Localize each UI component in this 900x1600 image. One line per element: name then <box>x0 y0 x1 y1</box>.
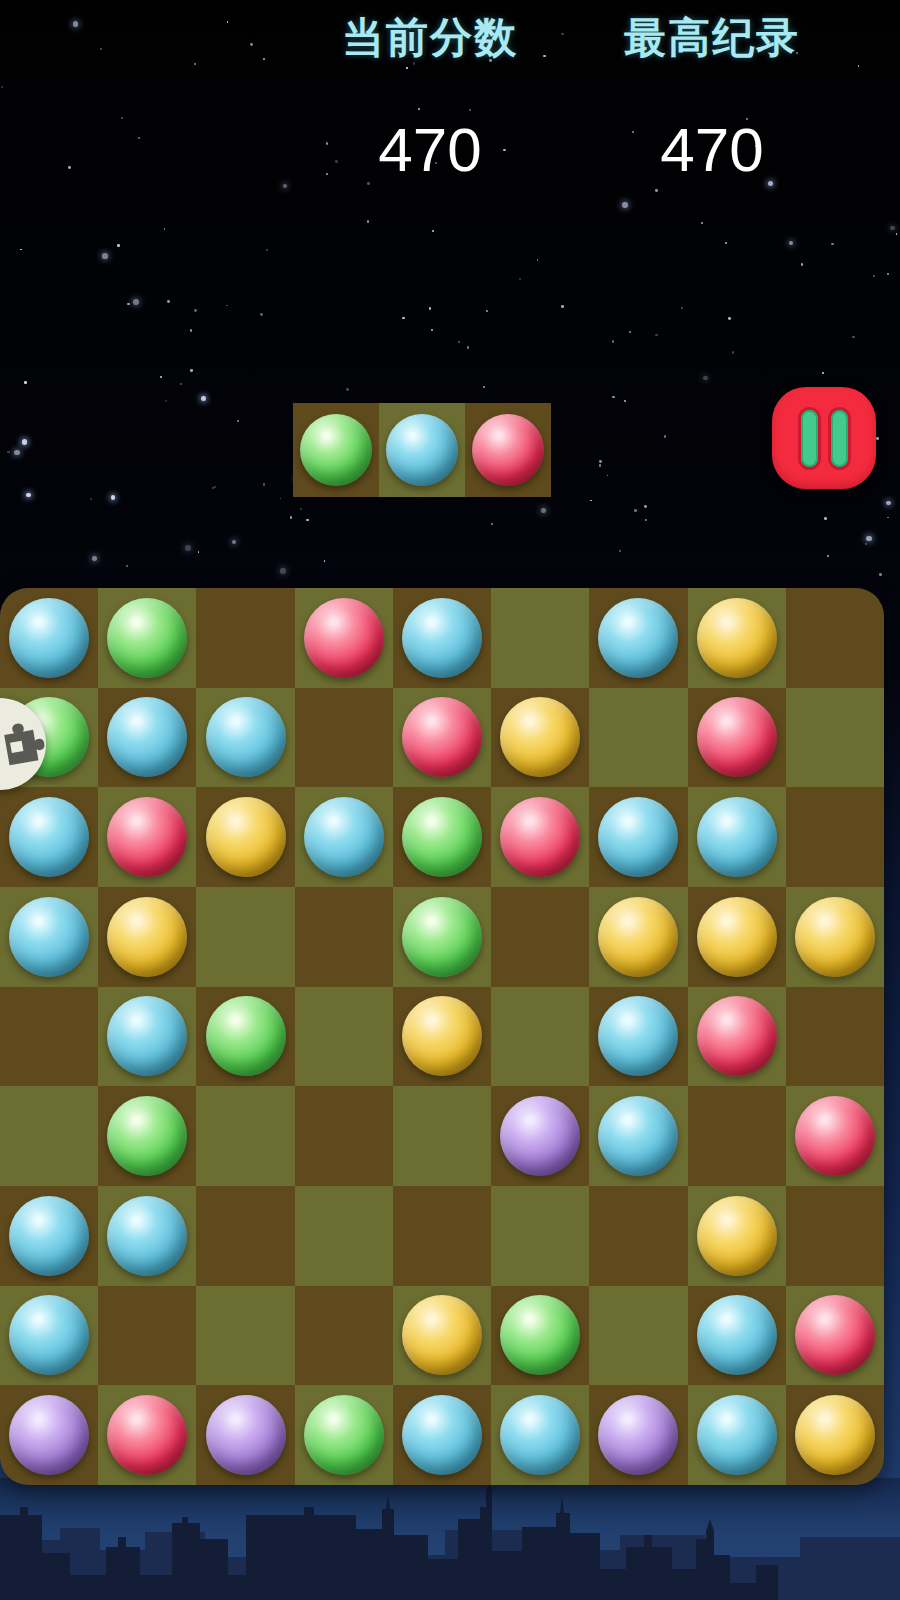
board-cell[interactable] <box>196 987 294 1087</box>
board-cell[interactable] <box>98 1086 196 1186</box>
star <box>612 396 614 398</box>
star <box>160 376 162 378</box>
ball-green[interactable] <box>402 897 482 977</box>
board-cell[interactable] <box>491 1286 589 1386</box>
star <box>629 331 631 333</box>
ball-cyan[interactable] <box>107 1196 187 1276</box>
star <box>126 565 128 567</box>
ball-cyan[interactable] <box>9 897 89 977</box>
ball-purple[interactable] <box>9 1395 89 1475</box>
ball-yellow[interactable] <box>795 897 875 977</box>
star <box>590 500 592 502</box>
board-cell[interactable] <box>786 588 884 688</box>
ball-cyan[interactable] <box>107 697 187 777</box>
board <box>0 588 884 1485</box>
board-cell[interactable] <box>196 787 294 887</box>
board-cell[interactable] <box>196 887 294 987</box>
board-cell[interactable] <box>295 887 393 987</box>
board-cell[interactable] <box>196 588 294 688</box>
board-cell[interactable] <box>98 787 196 887</box>
ball-yellow[interactable] <box>500 697 580 777</box>
star <box>90 498 92 500</box>
star <box>263 58 265 60</box>
board-cell[interactable] <box>491 1186 589 1286</box>
star <box>367 220 369 222</box>
star <box>873 275 875 277</box>
star <box>300 508 302 510</box>
board-cell[interactable] <box>786 987 884 1087</box>
board-cell[interactable] <box>393 688 491 788</box>
star <box>599 460 602 463</box>
star <box>664 435 667 438</box>
board-cell[interactable] <box>393 1186 491 1286</box>
star <box>185 545 191 551</box>
current-score-label: 当前分数 <box>280 10 580 66</box>
star <box>486 310 488 312</box>
best-score-value: 470 <box>562 114 862 185</box>
board-cell[interactable] <box>589 1286 687 1386</box>
board-cell[interactable] <box>295 1086 393 1186</box>
board-cell[interactable] <box>393 1385 491 1485</box>
ball-green[interactable] <box>500 1295 580 1375</box>
star <box>467 346 470 349</box>
board-cell[interactable] <box>589 1385 687 1485</box>
star <box>194 309 197 312</box>
star <box>198 551 200 553</box>
board-cell[interactable] <box>0 987 98 1087</box>
star <box>68 166 71 169</box>
star <box>732 351 735 354</box>
board-cell[interactable] <box>491 1086 589 1186</box>
star <box>402 317 404 319</box>
ball-yellow[interactable] <box>402 1295 482 1375</box>
ball-green[interactable] <box>107 1096 187 1176</box>
board-cell[interactable] <box>688 688 786 788</box>
board-cell[interactable] <box>98 688 196 788</box>
star <box>432 230 434 232</box>
board-cell[interactable] <box>98 1286 196 1386</box>
ball-green[interactable] <box>300 414 372 486</box>
board-cell[interactable] <box>393 787 491 887</box>
star <box>133 299 139 305</box>
ball-cyan[interactable] <box>107 996 187 1076</box>
star <box>227 21 229 23</box>
ball-red[interactable] <box>304 598 384 678</box>
star <box>194 63 196 65</box>
star <box>7 451 10 454</box>
star <box>92 556 97 561</box>
board-cell[interactable] <box>295 1385 393 1485</box>
star <box>306 519 309 522</box>
board-cell[interactable] <box>295 987 393 1087</box>
star <box>703 376 708 381</box>
board-cell[interactable] <box>0 588 98 688</box>
ball-green[interactable] <box>304 1395 384 1475</box>
ball-yellow[interactable] <box>697 1196 777 1276</box>
star <box>852 336 855 339</box>
pause-icon <box>801 410 818 467</box>
board-cell[interactable] <box>0 787 98 887</box>
board-cell[interactable] <box>393 987 491 1087</box>
star <box>865 543 867 545</box>
board-cell[interactable] <box>98 588 196 688</box>
star <box>886 501 891 506</box>
ball-cyan[interactable] <box>697 1395 777 1475</box>
star <box>26 493 30 497</box>
star <box>164 228 166 230</box>
star <box>681 307 683 309</box>
ball-red[interactable] <box>107 1395 187 1475</box>
star <box>324 560 326 562</box>
board-cell[interactable] <box>0 1186 98 1286</box>
board-cell[interactable] <box>393 1286 491 1386</box>
star <box>431 329 433 331</box>
board-cell[interactable] <box>688 1186 786 1286</box>
board-cell[interactable] <box>491 987 589 1087</box>
ball-purple[interactable] <box>598 1395 678 1475</box>
best-score-label: 最高纪录 <box>562 10 862 66</box>
ball-cyan[interactable] <box>304 797 384 877</box>
ball-yellow[interactable] <box>107 897 187 977</box>
star <box>100 48 102 50</box>
best-score-panel: 最高纪录 470 <box>562 10 862 185</box>
ball-cyan[interactable] <box>206 697 286 777</box>
star <box>896 233 898 235</box>
ball-cyan[interactable] <box>598 996 678 1076</box>
ball-red[interactable] <box>795 1096 875 1176</box>
star <box>232 540 236 544</box>
board-cell[interactable] <box>589 1086 687 1186</box>
ball-cyan[interactable] <box>402 598 482 678</box>
ball-cyan[interactable] <box>500 1395 580 1475</box>
board-cell[interactable] <box>196 688 294 788</box>
board-cell[interactable] <box>688 1286 786 1386</box>
star <box>599 464 602 467</box>
star <box>890 226 894 230</box>
star <box>22 439 28 445</box>
board-cell[interactable] <box>589 688 687 788</box>
next-ball-cell <box>293 403 379 497</box>
board-cell[interactable] <box>491 1385 589 1485</box>
board-cell[interactable] <box>688 987 786 1087</box>
board-cell[interactable] <box>786 887 884 987</box>
star <box>725 242 727 244</box>
star <box>429 307 431 309</box>
star <box>127 303 130 306</box>
board-cell[interactable] <box>688 1086 786 1186</box>
next-ball-cell <box>379 403 465 497</box>
star <box>14 450 20 456</box>
board-cell[interactable] <box>393 1086 491 1186</box>
ball-cyan[interactable] <box>9 1196 89 1276</box>
ball-red[interactable] <box>472 414 544 486</box>
star <box>876 437 879 440</box>
ball-red[interactable] <box>697 996 777 1076</box>
star <box>73 21 79 27</box>
star <box>728 317 731 320</box>
ball-cyan[interactable] <box>598 797 678 877</box>
ball-red[interactable] <box>402 697 482 777</box>
board-cell[interactable] <box>98 1385 196 1485</box>
board-cell[interactable] <box>393 887 491 987</box>
star <box>561 305 564 308</box>
board-cell[interactable] <box>98 887 196 987</box>
board-cell[interactable] <box>295 588 393 688</box>
night-sky-bottom <box>0 1478 900 1600</box>
star <box>180 383 182 385</box>
star <box>645 519 647 521</box>
star <box>801 263 803 265</box>
star <box>20 249 22 251</box>
ball-cyan[interactable] <box>9 797 89 877</box>
ball-yellow[interactable] <box>206 797 286 877</box>
board-cell[interactable] <box>196 1286 294 1386</box>
ball-cyan[interactable] <box>697 1295 777 1375</box>
star <box>190 329 193 332</box>
board-cell[interactable] <box>589 787 687 887</box>
star <box>290 516 293 519</box>
ball-green[interactable] <box>402 797 482 877</box>
star <box>111 495 116 500</box>
board-cell[interactable] <box>688 588 786 688</box>
star <box>190 369 193 372</box>
board-cell[interactable] <box>786 787 884 887</box>
ball-red[interactable] <box>697 697 777 777</box>
current-score-panel: 当前分数 470 <box>280 10 580 185</box>
star <box>263 483 266 486</box>
pause-button[interactable] <box>772 387 876 489</box>
next-ball-cell <box>465 403 551 497</box>
star <box>789 241 793 245</box>
ball-green[interactable] <box>206 996 286 1076</box>
board-cell[interactable] <box>688 1385 786 1485</box>
star <box>24 381 27 384</box>
star <box>458 341 460 343</box>
board-cell[interactable] <box>589 987 687 1087</box>
star <box>655 189 658 192</box>
star <box>622 202 628 208</box>
board-cell[interactable] <box>295 787 393 887</box>
star <box>237 420 239 422</box>
board-cell[interactable] <box>688 887 786 987</box>
board-cell[interactable] <box>0 887 98 987</box>
star <box>541 508 546 513</box>
ball-yellow[interactable] <box>697 897 777 977</box>
current-score-value: 470 <box>280 114 580 185</box>
board-cell[interactable] <box>295 1186 393 1286</box>
board-cell[interactable] <box>196 1385 294 1485</box>
ball-cyan[interactable] <box>697 797 777 877</box>
board-cell[interactable] <box>491 787 589 887</box>
pause-icon <box>831 410 848 467</box>
ball-red[interactable] <box>795 1295 875 1375</box>
board-cell[interactable] <box>98 1186 196 1286</box>
star <box>607 475 609 477</box>
star <box>121 117 123 119</box>
star <box>165 400 167 402</box>
ball-cyan[interactable] <box>386 414 458 486</box>
ball-yellow[interactable] <box>795 1395 875 1475</box>
board-cell[interactable] <box>295 1286 393 1386</box>
star <box>612 340 615 343</box>
board-cell[interactable] <box>0 1286 98 1386</box>
ball-yellow[interactable] <box>598 897 678 977</box>
board-cell[interactable] <box>196 1086 294 1186</box>
star <box>266 249 269 252</box>
board-cell[interactable] <box>98 987 196 1087</box>
star <box>634 509 637 512</box>
star <box>879 573 882 576</box>
board-cell[interactable] <box>0 1086 98 1186</box>
board-cell[interactable] <box>0 1385 98 1485</box>
star <box>824 517 827 520</box>
ball-cyan[interactable] <box>402 1395 482 1475</box>
star <box>201 396 206 401</box>
star <box>887 517 889 519</box>
ball-red[interactable] <box>107 797 187 877</box>
ball-red[interactable] <box>500 797 580 877</box>
star <box>519 278 521 280</box>
star <box>102 253 108 259</box>
board-cell[interactable] <box>491 588 589 688</box>
star <box>644 505 647 508</box>
ball-purple[interactable] <box>206 1395 286 1475</box>
star <box>619 550 621 552</box>
ball-green[interactable] <box>107 598 187 678</box>
game-screen: 当前分数 470 最高纪录 470 <box>0 0 900 1600</box>
star <box>280 498 282 500</box>
next-balls-preview <box>293 403 551 497</box>
ball-purple[interactable] <box>500 1096 580 1176</box>
board-cell[interactable] <box>786 1286 884 1386</box>
city-skyline <box>0 1485 900 1600</box>
star <box>624 400 626 402</box>
board-cell[interactable] <box>295 688 393 788</box>
star <box>827 555 829 557</box>
star <box>117 244 119 246</box>
star <box>491 523 493 525</box>
ball-yellow[interactable] <box>697 598 777 678</box>
board-cell[interactable] <box>688 787 786 887</box>
star <box>831 243 834 246</box>
ball-cyan[interactable] <box>598 598 678 678</box>
star <box>260 313 263 316</box>
star <box>483 386 486 389</box>
board-cell[interactable] <box>786 688 884 788</box>
star <box>701 222 703 224</box>
star <box>866 536 872 542</box>
star <box>537 259 539 261</box>
star <box>138 137 140 139</box>
board-cell[interactable] <box>491 688 589 788</box>
board-cell[interactable] <box>589 1186 687 1286</box>
board-cell[interactable] <box>589 887 687 987</box>
ball-yellow[interactable] <box>402 996 482 1076</box>
star <box>280 568 285 573</box>
star <box>822 372 824 374</box>
board-cell[interactable] <box>491 887 589 987</box>
star <box>887 273 889 275</box>
ball-cyan[interactable] <box>598 1096 678 1176</box>
ball-cyan[interactable] <box>9 1295 89 1375</box>
board-cell[interactable] <box>786 1385 884 1485</box>
board-cell[interactable] <box>589 588 687 688</box>
star <box>167 300 170 303</box>
star <box>214 486 216 488</box>
board-cell[interactable] <box>393 588 491 688</box>
star <box>226 305 228 307</box>
board-cell[interactable] <box>196 1186 294 1286</box>
board-cell[interactable] <box>786 1086 884 1186</box>
star <box>346 388 349 391</box>
star <box>655 334 657 336</box>
star <box>250 43 253 46</box>
ball-cyan[interactable] <box>9 598 89 678</box>
board-cell[interactable] <box>786 1186 884 1286</box>
star <box>1 86 4 89</box>
